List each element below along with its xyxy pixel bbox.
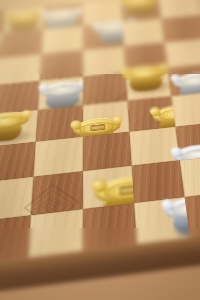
square-h7[interactable] <box>161 15 200 42</box>
square-g4[interactable] <box>127 96 175 131</box>
square-g2[interactable] <box>132 160 185 203</box>
board-perspective-wrap <box>0 0 200 287</box>
board-photo <box>0 0 200 300</box>
square-e2[interactable] <box>31 171 83 215</box>
square-e1[interactable] <box>28 209 83 258</box>
square-g3[interactable] <box>129 127 179 166</box>
square-f3[interactable] <box>83 132 132 171</box>
square-e3[interactable] <box>33 137 83 177</box>
square-h6[interactable] <box>164 39 200 69</box>
gold-ingot-piece[interactable] <box>120 0 161 16</box>
square-f4[interactable] <box>83 101 130 137</box>
square-h4[interactable] <box>171 92 200 127</box>
square-h3[interactable] <box>175 122 200 160</box>
square-h2[interactable] <box>180 155 200 197</box>
gold-ingot-piece[interactable] <box>122 64 168 93</box>
square-h5[interactable] <box>168 64 200 96</box>
gold-ingot-piece[interactable] <box>0 110 30 144</box>
square-f2[interactable] <box>83 166 134 209</box>
square-f1[interactable] <box>83 203 137 251</box>
square-g1[interactable] <box>134 197 190 244</box>
